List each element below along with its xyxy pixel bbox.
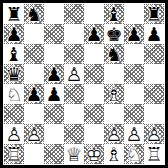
square-b7[interactable] — [24, 24, 44, 44]
piece-black-bishop: ♝ — [104, 4, 124, 24]
square-h5[interactable] — [144, 64, 164, 84]
square-g8[interactable] — [124, 4, 144, 24]
square-e7[interactable]: ♟ — [84, 24, 104, 44]
piece-white-pawn: ♙ — [104, 124, 124, 144]
square-b6[interactable] — [24, 44, 44, 64]
piece-white-knight: ♘ — [4, 84, 24, 104]
square-b4[interactable]: ♟ — [24, 84, 44, 104]
piece-black-pawn: ♟ — [24, 84, 44, 104]
piece-black-bishop: ♝ — [4, 44, 24, 64]
square-d4[interactable] — [64, 84, 84, 104]
square-e3[interactable] — [84, 104, 104, 124]
square-a1[interactable]: ♜♖ — [4, 144, 24, 164]
piece-black-pawn: ♟ — [124, 24, 144, 44]
square-f3[interactable] — [104, 104, 124, 124]
piece-white-pawn-fill: ♟ — [24, 124, 44, 144]
square-e6[interactable] — [84, 44, 104, 64]
square-e2[interactable] — [84, 124, 104, 144]
square-f4[interactable]: ♝♗ — [104, 84, 124, 104]
square-g2[interactable]: ♟♙ — [124, 124, 144, 144]
piece-white-pawn: ♙ — [24, 124, 44, 144]
square-h4[interactable] — [144, 84, 164, 104]
square-e1[interactable]: ♚♔ — [84, 144, 104, 164]
piece-black-pawn: ♟ — [44, 84, 64, 104]
piece-white-rook-fill: ♜ — [144, 144, 164, 164]
piece-black-knight: ♞ — [104, 44, 124, 64]
piece-white-knight-fill: ♞ — [124, 144, 144, 164]
square-c2[interactable] — [44, 124, 64, 144]
square-b2[interactable]: ♟♙ — [24, 124, 44, 144]
square-a4[interactable]: ♞♘ — [4, 84, 24, 104]
square-f8[interactable]: ♝ — [104, 4, 124, 24]
square-f5[interactable] — [104, 64, 124, 84]
piece-white-pawn-fill: ♟ — [144, 124, 164, 144]
square-d2[interactable] — [64, 124, 84, 144]
square-d8[interactable] — [64, 4, 84, 24]
piece-black-pawn: ♟ — [4, 24, 24, 44]
piece-white-pawn-fill: ♟ — [104, 124, 124, 144]
square-c5[interactable]: ♟ — [44, 64, 64, 84]
square-g6[interactable] — [124, 44, 144, 64]
piece-white-knight: ♘ — [124, 144, 144, 164]
square-f2[interactable]: ♟♙ — [104, 124, 124, 144]
square-b1[interactable] — [24, 144, 44, 164]
square-c1[interactable] — [44, 144, 64, 164]
piece-white-rook: ♖ — [144, 144, 164, 164]
square-g4[interactable] — [124, 84, 144, 104]
square-h3[interactable] — [144, 104, 164, 124]
square-d1[interactable]: ♛♕ — [64, 144, 84, 164]
piece-white-bishop: ♗ — [104, 84, 124, 104]
square-e4[interactable] — [84, 84, 104, 104]
square-g1[interactable]: ♞♘ — [124, 144, 144, 164]
piece-white-rook: ♖ — [4, 144, 24, 164]
square-a2[interactable]: ♟♙ — [4, 124, 24, 144]
square-g3[interactable] — [124, 104, 144, 124]
square-c7[interactable] — [44, 24, 64, 44]
piece-white-king: ♔ — [84, 144, 104, 164]
square-a7[interactable]: ♟ — [4, 24, 24, 44]
piece-white-pawn: ♙ — [64, 64, 84, 84]
square-a8[interactable]: ♜ — [4, 4, 24, 24]
square-f7[interactable]: ♚ — [104, 24, 124, 44]
piece-white-pawn: ♙ — [124, 124, 144, 144]
square-a5[interactable]: ♛ — [4, 64, 24, 84]
piece-white-rook-fill: ♜ — [4, 144, 24, 164]
square-b8[interactable]: ♞ — [24, 4, 44, 24]
piece-black-pawn: ♟ — [144, 24, 164, 44]
square-f1[interactable]: ♝♗ — [104, 144, 124, 164]
square-c4[interactable]: ♟ — [44, 84, 64, 104]
piece-black-knight: ♞ — [24, 4, 44, 24]
piece-white-knight-fill: ♞ — [4, 84, 24, 104]
piece-black-rook: ♜ — [144, 4, 164, 24]
square-e8[interactable] — [84, 4, 104, 24]
square-a3[interactable] — [4, 104, 24, 124]
square-b5[interactable] — [24, 64, 44, 84]
square-g5[interactable] — [124, 64, 144, 84]
square-c8[interactable] — [44, 4, 64, 24]
square-f6[interactable]: ♞ — [104, 44, 124, 64]
piece-black-queen: ♛ — [4, 64, 24, 84]
piece-white-pawn: ♙ — [4, 124, 24, 144]
square-d6[interactable] — [64, 44, 84, 64]
piece-white-bishop: ♗ — [104, 144, 124, 164]
square-b3[interactable] — [24, 104, 44, 124]
square-h2[interactable]: ♟♙ — [144, 124, 164, 144]
square-a6[interactable]: ♝ — [4, 44, 24, 64]
piece-white-queen: ♕ — [64, 144, 84, 164]
square-h7[interactable]: ♟ — [144, 24, 164, 44]
square-h8[interactable]: ♜ — [144, 4, 164, 24]
board-frame: ♜♞♝♜♟♟♚♟♟♝♞♛♟♟♙♞♘♟♟♝♗♟♙♟♙♟♙♟♙♟♙♜♖♛♕♚♔♝♗♞… — [0, 0, 168, 168]
piece-black-pawn: ♟ — [84, 24, 104, 44]
board-inner-margin: ♜♞♝♜♟♟♚♟♟♝♞♛♟♟♙♞♘♟♟♝♗♟♙♟♙♟♙♟♙♟♙♜♖♛♕♚♔♝♗♞… — [3, 3, 165, 165]
piece-white-bishop-fill: ♝ — [104, 84, 124, 104]
square-d7[interactable] — [64, 24, 84, 44]
square-g7[interactable]: ♟ — [124, 24, 144, 44]
square-e5[interactable] — [84, 64, 104, 84]
square-h1[interactable]: ♜♖ — [144, 144, 164, 164]
chess-board: ♜♞♝♜♟♟♚♟♟♝♞♛♟♟♙♞♘♟♟♝♗♟♙♟♙♟♙♟♙♟♙♜♖♛♕♚♔♝♗♞… — [4, 4, 164, 164]
piece-white-pawn-fill: ♟ — [64, 64, 84, 84]
square-c3[interactable] — [44, 104, 64, 124]
piece-black-pawn: ♟ — [44, 64, 64, 84]
piece-white-pawn-fill: ♟ — [124, 124, 144, 144]
piece-black-king: ♚ — [104, 24, 124, 44]
piece-white-bishop-fill: ♝ — [104, 144, 124, 164]
square-c6[interactable] — [44, 44, 64, 64]
square-d5[interactable]: ♟♙ — [64, 64, 84, 84]
piece-white-queen-fill: ♛ — [64, 144, 84, 164]
piece-white-pawn-fill: ♟ — [4, 124, 24, 144]
piece-white-king-fill: ♚ — [84, 144, 104, 164]
piece-black-rook: ♜ — [4, 4, 24, 24]
square-d3[interactable] — [64, 104, 84, 124]
square-h6[interactable] — [144, 44, 164, 64]
piece-white-pawn: ♙ — [144, 124, 164, 144]
